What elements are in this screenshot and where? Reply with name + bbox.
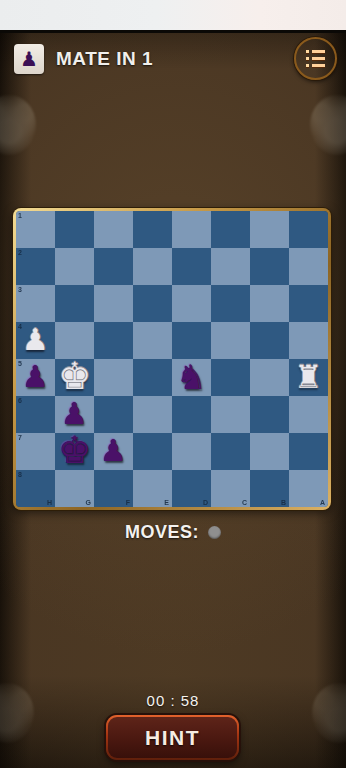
square-f4[interactable]: [94, 322, 133, 359]
square-a5[interactable]: ♜: [289, 359, 328, 396]
square-b1[interactable]: [250, 211, 289, 248]
moves-label: MOVES:: [125, 522, 199, 543]
file-label: B: [281, 499, 286, 506]
square-h7[interactable]: 7: [16, 433, 55, 470]
square-b8[interactable]: B: [250, 470, 289, 507]
file-label: D: [203, 499, 208, 506]
square-f2[interactable]: [94, 248, 133, 285]
white-king[interactable]: ♚: [58, 358, 91, 395]
rank-label: 3: [18, 286, 22, 293]
square-b3[interactable]: [250, 285, 289, 322]
square-b2[interactable]: [250, 248, 289, 285]
square-f8[interactable]: F: [94, 470, 133, 507]
page-title: MATE IN 1: [56, 48, 153, 70]
square-g8[interactable]: G: [55, 470, 94, 507]
square-e5[interactable]: [133, 359, 172, 396]
square-h4[interactable]: 4♟: [16, 322, 55, 359]
rank-label: 6: [18, 397, 22, 404]
square-a8[interactable]: A: [289, 470, 328, 507]
file-label: C: [242, 499, 247, 506]
square-d7[interactable]: [172, 433, 211, 470]
hint-button[interactable]: HINT: [106, 715, 239, 760]
white-rook[interactable]: ♜: [294, 360, 323, 392]
square-c2[interactable]: [211, 248, 250, 285]
square-h8[interactable]: 8H: [16, 470, 55, 507]
square-a4[interactable]: [289, 322, 328, 359]
square-h2[interactable]: 2: [16, 248, 55, 285]
file-label: E: [164, 499, 169, 506]
square-d6[interactable]: [172, 396, 211, 433]
app-screen: ♟ MATE IN 1 1234♟5♟♚♞♜6♟7♚♟8HGFEDCBA MOV…: [0, 0, 346, 768]
rank-label: 7: [18, 434, 22, 441]
square-a7[interactable]: [289, 433, 328, 470]
timer: 00 : 58: [0, 692, 346, 709]
square-f7[interactable]: ♟: [94, 433, 133, 470]
damask-ornament: [310, 95, 346, 155]
square-f5[interactable]: [94, 359, 133, 396]
pawn-icon: ♟: [20, 49, 38, 69]
square-c6[interactable]: [211, 396, 250, 433]
move-indicator-dot: [208, 526, 221, 539]
square-b4[interactable]: [250, 322, 289, 359]
file-label: F: [126, 499, 130, 506]
square-d8[interactable]: D: [172, 470, 211, 507]
square-d2[interactable]: [172, 248, 211, 285]
square-d1[interactable]: [172, 211, 211, 248]
square-e2[interactable]: [133, 248, 172, 285]
rank-label: 8: [18, 471, 22, 478]
square-h5[interactable]: 5♟: [16, 359, 55, 396]
square-g1[interactable]: [55, 211, 94, 248]
square-a1[interactable]: [289, 211, 328, 248]
square-g4[interactable]: [55, 322, 94, 359]
square-e8[interactable]: E: [133, 470, 172, 507]
status-bar: [0, 0, 346, 30]
square-d3[interactable]: [172, 285, 211, 322]
board-frame: 1234♟5♟♚♞♜6♟7♚♟8HGFEDCBA: [13, 208, 331, 510]
square-a6[interactable]: [289, 396, 328, 433]
file-label: G: [86, 499, 91, 506]
square-g6[interactable]: ♟: [55, 396, 94, 433]
moves-row: MOVES:: [0, 522, 346, 543]
square-c5[interactable]: [211, 359, 250, 396]
black-pawn[interactable]: ♟: [100, 435, 127, 465]
square-c8[interactable]: C: [211, 470, 250, 507]
square-g2[interactable]: [55, 248, 94, 285]
square-e6[interactable]: [133, 396, 172, 433]
file-label: A: [320, 499, 325, 506]
square-h3[interactable]: 3: [16, 285, 55, 322]
square-c4[interactable]: [211, 322, 250, 359]
square-a3[interactable]: [289, 285, 328, 322]
white-pawn[interactable]: ♟: [22, 324, 49, 354]
square-e7[interactable]: [133, 433, 172, 470]
square-g3[interactable]: [55, 285, 94, 322]
square-c7[interactable]: [211, 433, 250, 470]
square-d4[interactable]: [172, 322, 211, 359]
square-f3[interactable]: [94, 285, 133, 322]
file-label: H: [47, 499, 52, 506]
black-king[interactable]: ♚: [58, 432, 91, 469]
black-pawn[interactable]: ♟: [22, 361, 49, 391]
chess-board: 1234♟5♟♚♞♜6♟7♚♟8HGFEDCBA: [16, 211, 328, 507]
square-e3[interactable]: [133, 285, 172, 322]
square-e4[interactable]: [133, 322, 172, 359]
header: ♟ MATE IN 1: [0, 33, 346, 85]
square-g7[interactable]: ♚: [55, 433, 94, 470]
square-c1[interactable]: [211, 211, 250, 248]
rank-label: 2: [18, 249, 22, 256]
black-knight[interactable]: ♞: [176, 359, 206, 393]
square-f1[interactable]: [94, 211, 133, 248]
square-g5[interactable]: ♚: [55, 359, 94, 396]
square-b6[interactable]: [250, 396, 289, 433]
square-b7[interactable]: [250, 433, 289, 470]
square-c3[interactable]: [211, 285, 250, 322]
pawn-badge: ♟: [14, 44, 44, 74]
rank-label: 1: [18, 212, 22, 219]
square-b5[interactable]: [250, 359, 289, 396]
square-h6[interactable]: 6: [16, 396, 55, 433]
square-d5[interactable]: ♞: [172, 359, 211, 396]
square-h1[interactable]: 1: [16, 211, 55, 248]
square-a2[interactable]: [289, 248, 328, 285]
black-pawn[interactable]: ♟: [61, 398, 88, 428]
square-e1[interactable]: [133, 211, 172, 248]
bulleted-list-icon: [306, 50, 325, 67]
square-f6[interactable]: [94, 396, 133, 433]
menu-button[interactable]: [294, 37, 337, 80]
damask-ornament: [0, 95, 36, 155]
hint-label: HINT: [145, 726, 200, 750]
